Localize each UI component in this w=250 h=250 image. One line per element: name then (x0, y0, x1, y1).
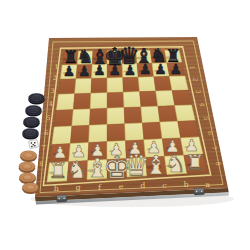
piece-black-pawn: ♟ (154, 61, 166, 77)
square-c3 (138, 77, 156, 92)
square-h3 (58, 79, 76, 95)
rank-label-right: 5 (203, 116, 210, 120)
file-label-bottom: b (184, 180, 189, 189)
square-g3 (75, 78, 92, 93)
rank-label-left: 1 (55, 63, 59, 70)
piece-black-pawn: ♟ (170, 61, 182, 77)
rank-label-left: 6 (44, 129, 48, 136)
file-label-bottom: g (75, 183, 80, 192)
square-f6 (89, 125, 107, 143)
rank-label-left: 8 (39, 160, 43, 167)
square-f4 (90, 93, 107, 109)
piece-black-pawn: ♟ (124, 62, 136, 78)
piece-black-pawn: ♟ (109, 62, 121, 78)
die (28, 139, 38, 148)
square-g6 (70, 125, 89, 143)
rank-label-left: 7 (42, 144, 46, 151)
square-d4 (123, 92, 141, 108)
hinge (194, 188, 204, 195)
square-e5 (107, 108, 125, 125)
piece-white-knight: ♞ (165, 150, 187, 178)
piece-white-rook: ♜ (48, 158, 68, 183)
rank-label-left: 5 (47, 114, 51, 121)
checker-wood (20, 151, 36, 162)
square-a3 (169, 76, 188, 91)
square-h4 (56, 94, 74, 110)
rank-label-left: 4 (49, 100, 53, 107)
checker-dark (22, 128, 38, 139)
square-f5 (89, 108, 107, 125)
piece-white-rook: ♜ (185, 150, 205, 175)
checker-wood (19, 162, 35, 173)
square-h5 (54, 110, 73, 127)
square-c4 (140, 91, 158, 107)
file-label-bottom: h (54, 184, 59, 193)
file-label-bottom: a (205, 180, 210, 189)
square-d3 (123, 77, 140, 92)
square-c5 (141, 106, 160, 123)
chess-set-product-photo: chess hhggffeeddccbbaa1122334455667788♜♞… (0, 0, 250, 250)
checker-dark (25, 105, 41, 116)
piece-black-pawn: ♟ (93, 62, 105, 78)
checker-wood (19, 173, 35, 184)
checker-dark (28, 93, 44, 104)
checker-wood (22, 183, 38, 194)
piece-black-pawn: ♟ (78, 63, 90, 79)
square-g4 (73, 93, 91, 109)
rank-label-right: 8 (215, 162, 222, 166)
hinge (57, 195, 67, 202)
rank-label-right: 2 (192, 77, 199, 81)
square-a4 (172, 90, 192, 106)
square-b5 (158, 106, 178, 123)
square-b4 (156, 91, 175, 107)
rank-label-left: 2 (53, 74, 57, 81)
square-e4 (107, 92, 124, 108)
piece-black-pawn: ♟ (139, 61, 151, 77)
rank-label-right: 3 (195, 90, 202, 94)
square-f3 (91, 78, 107, 93)
checker-dark (23, 117, 39, 128)
rank-label-right: 1 (189, 66, 196, 70)
rank-label-right: 7 (211, 146, 218, 150)
square-d5 (124, 107, 142, 124)
square-h6 (52, 126, 72, 144)
square-b3 (154, 76, 172, 91)
rank-label-left: 3 (51, 87, 55, 94)
square-e3 (107, 78, 123, 93)
chess-board-scene: hhggffeeddccbbaa1122334455667788♜♞♝♚♛♝♞♜… (0, 0, 250, 250)
square-a5 (175, 105, 196, 121)
rank-label-right: 4 (199, 103, 206, 107)
square-g5 (72, 109, 90, 126)
rank-label-right: 6 (207, 131, 214, 135)
square-e6 (107, 124, 125, 142)
piece-black-pawn: ♟ (63, 63, 75, 79)
file-label-bottom: c (162, 181, 167, 190)
